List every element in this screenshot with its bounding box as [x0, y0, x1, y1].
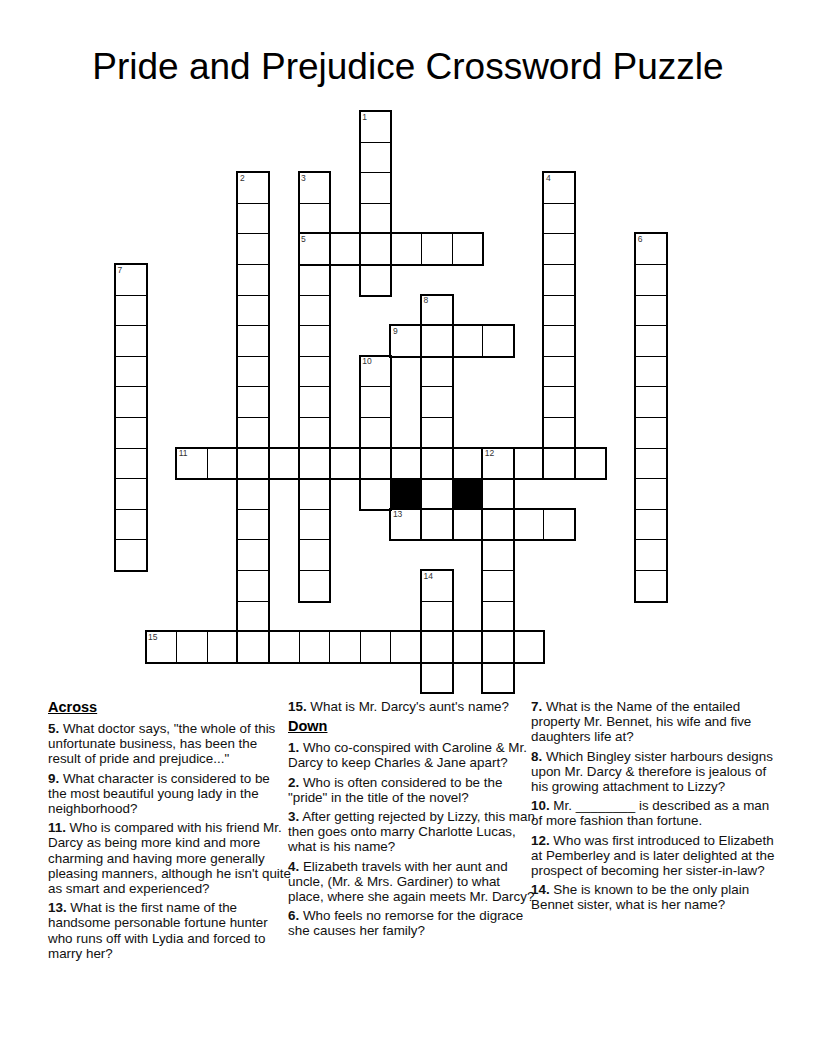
grid-cell[interactable]	[635, 264, 667, 296]
grid-cell[interactable]	[299, 203, 331, 235]
grid-cell[interactable]	[421, 417, 453, 449]
grid-cell[interactable]	[543, 233, 575, 265]
grid-cell[interactable]	[635, 539, 667, 571]
grid-cell[interactable]	[390, 448, 422, 480]
clue-item: 9. What character is considered to be th…	[48, 771, 291, 817]
grid-cell[interactable]	[146, 631, 178, 663]
grid-cell[interactable]	[421, 631, 453, 663]
grid-cell[interactable]	[360, 264, 392, 296]
clue-number: 2.	[288, 775, 299, 790]
grid-cell[interactable]	[452, 448, 484, 480]
grid-cell[interactable]	[115, 325, 147, 357]
grid-cell[interactable]	[390, 631, 422, 663]
grid-cell[interactable]	[207, 631, 239, 663]
grid-cell[interactable]	[360, 356, 392, 388]
grid-cell[interactable]	[299, 386, 331, 418]
grid-cell[interactable]	[482, 570, 514, 602]
grid-cell[interactable]	[452, 325, 484, 357]
grid-cell[interactable]	[421, 386, 453, 418]
grid-cell[interactable]	[543, 203, 575, 235]
clue-item: 7. What is the Name of the entailed prop…	[531, 699, 783, 745]
grid-cell[interactable]	[299, 539, 331, 571]
grid-cell[interactable]	[635, 356, 667, 388]
clue-column-across: Across5. What doctor says, "the whole of…	[48, 699, 291, 965]
grid-cell[interactable]	[390, 325, 422, 357]
clue-number: 10.	[531, 798, 550, 813]
grid-cell[interactable]	[421, 356, 453, 388]
grid-cell[interactable]	[115, 295, 147, 327]
grid-cell[interactable]	[268, 631, 300, 663]
clue-item: 5. What doctor says, "the whole of this …	[48, 721, 291, 767]
grid-cell[interactable]	[482, 478, 514, 510]
grid-cell[interactable]	[237, 448, 269, 480]
grid-cell[interactable]	[452, 233, 484, 265]
grid-cell[interactable]	[543, 509, 575, 541]
grid-cell[interactable]	[482, 601, 514, 633]
grid-cell[interactable]	[635, 325, 667, 357]
grid-cell[interactable]	[360, 111, 392, 143]
grid-cell[interactable]	[482, 509, 514, 541]
clue-item: 4. Elizabeth travels with her aunt and u…	[288, 859, 535, 905]
grid-cell[interactable]	[115, 386, 147, 418]
clue-item: 13. What is the first name of the handso…	[48, 900, 291, 961]
grid-cell[interactable]	[237, 295, 269, 327]
grid-cell[interactable]	[513, 631, 545, 663]
grid-cell[interactable]	[421, 295, 453, 327]
grid-cell[interactable]	[237, 356, 269, 388]
grid-cell[interactable]	[237, 478, 269, 510]
grid-cell[interactable]	[452, 631, 484, 663]
clue-number: 4.	[288, 859, 299, 874]
page-title: Pride and Prejudice Crossword Puzzle	[0, 46, 816, 88]
clue-item: 12. Who was first introduced to Elizabet…	[531, 833, 783, 879]
clue-column-middle: 15. What is Mr. Darcy's aunt's name?Down…	[288, 699, 535, 943]
grid-cell[interactable]	[299, 417, 331, 449]
clue-item: 15. What is Mr. Darcy's aunt's name?	[288, 699, 535, 714]
grid-cell[interactable]	[635, 448, 667, 480]
clue-number: 5.	[48, 721, 59, 736]
grid-cell[interactable]	[237, 203, 269, 235]
grid-cell[interactable]	[237, 417, 269, 449]
black-cell	[452, 478, 484, 510]
grid-cell[interactable]	[115, 509, 147, 541]
grid-cell[interactable]	[421, 509, 453, 541]
grid-cell[interactable]	[299, 631, 331, 663]
grid-cell[interactable]	[115, 539, 147, 571]
grid-cell[interactable]	[329, 448, 361, 480]
grid-cell[interactable]	[543, 172, 575, 204]
grid-cell[interactable]	[635, 509, 667, 541]
grid-cell[interactable]	[421, 325, 453, 357]
grid-cell[interactable]	[115, 264, 147, 296]
grid-cell[interactable]	[115, 448, 147, 480]
grid-cell[interactable]	[299, 478, 331, 510]
grid-cell[interactable]	[360, 203, 392, 235]
grid-cell[interactable]	[360, 172, 392, 204]
grid-cell[interactable]	[299, 356, 331, 388]
grid-cell[interactable]	[237, 539, 269, 571]
clue-number: 9.	[48, 771, 59, 786]
clue-item: 3. After getting rejected by Lizzy, this…	[288, 809, 535, 855]
grid-cell[interactable]	[299, 325, 331, 357]
grid-cell[interactable]	[635, 295, 667, 327]
grid-cell[interactable]	[360, 417, 392, 449]
grid-cell[interactable]	[543, 448, 575, 480]
grid-cell[interactable]	[543, 386, 575, 418]
grid-cell[interactable]	[421, 233, 453, 265]
grid-cell[interactable]	[299, 172, 331, 204]
clue-number: 15.	[288, 699, 307, 714]
grid-cell[interactable]	[360, 448, 392, 480]
grid-cell[interactable]	[543, 325, 575, 357]
grid-cell[interactable]	[237, 264, 269, 296]
grid-cell[interactable]	[421, 478, 453, 510]
grid-cell[interactable]	[329, 233, 361, 265]
clue-number: 11.	[48, 820, 66, 835]
clue-item: 8. Which Bingley sister harbours designs…	[531, 749, 783, 795]
grid-cell[interactable]	[421, 570, 453, 602]
grid-cell[interactable]	[115, 478, 147, 510]
clue-section-header: Down	[288, 718, 535, 734]
clue-section-header: Across	[48, 699, 291, 715]
black-cell	[390, 478, 422, 510]
clue-number: 6.	[288, 908, 299, 923]
clue-number: 13.	[48, 900, 67, 915]
grid-cell[interactable]	[635, 386, 667, 418]
grid-cell[interactable]	[543, 417, 575, 449]
grid-cell[interactable]	[390, 233, 422, 265]
grid-cell[interactable]	[513, 448, 545, 480]
grid-cell[interactable]	[635, 478, 667, 510]
grid-cell[interactable]	[421, 662, 453, 694]
grid-cell[interactable]	[452, 509, 484, 541]
grid-cell[interactable]	[360, 386, 392, 418]
grid-cell[interactable]	[299, 233, 331, 265]
grid-cell[interactable]	[482, 631, 514, 663]
grid-cell[interactable]	[268, 448, 300, 480]
grid-cell[interactable]	[237, 233, 269, 265]
clue-column-down: 7. What is the Name of the entailed prop…	[531, 699, 783, 917]
clue-number: 7.	[531, 699, 542, 714]
grid-cell[interactable]	[482, 448, 514, 480]
grid-cell[interactable]	[115, 356, 147, 388]
grid-cell[interactable]	[207, 448, 239, 480]
grid-cell[interactable]	[482, 662, 514, 694]
grid-cell[interactable]	[329, 631, 361, 663]
grid-cell[interactable]	[299, 264, 331, 296]
grid-cell[interactable]	[299, 509, 331, 541]
grid-cell[interactable]	[543, 356, 575, 388]
grid-cell[interactable]	[360, 631, 392, 663]
clue-number: 3.	[288, 809, 299, 824]
grid-cell[interactable]	[482, 539, 514, 571]
grid-cell[interactable]	[635, 417, 667, 449]
grid-cell[interactable]	[543, 264, 575, 296]
grid-cell[interactable]	[482, 325, 514, 357]
grid-cell[interactable]	[237, 509, 269, 541]
clue-number: 8.	[531, 749, 542, 764]
grid-cell[interactable]	[421, 601, 453, 633]
grid-cell[interactable]	[299, 570, 331, 602]
grid-cell[interactable]	[237, 325, 269, 357]
grid-cell[interactable]	[115, 417, 147, 449]
grid-cell[interactable]	[237, 570, 269, 602]
grid-cell[interactable]	[299, 295, 331, 327]
grid-cell[interactable]	[237, 172, 269, 204]
clue-item: 14. She is known to be the only plain Be…	[531, 882, 783, 912]
grid-cell[interactable]	[237, 601, 269, 633]
grid-cell[interactable]	[574, 448, 606, 480]
clue-number: 1.	[288, 740, 299, 755]
clue-item: 11. Who is compared with his friend Mr. …	[48, 820, 291, 896]
grid-cell[interactable]	[635, 570, 667, 602]
grid-cell[interactable]	[421, 448, 453, 480]
grid-cell[interactable]	[360, 478, 392, 510]
clue-item: 6. Who feels no remorse for the digrace …	[288, 908, 535, 938]
grid-cell[interactable]	[237, 631, 269, 663]
grid-cell[interactable]	[360, 233, 392, 265]
grid-cell[interactable]	[360, 142, 392, 174]
worksheet-page: Pride and Prejudice Crossword Puzzle 123…	[0, 0, 816, 1056]
grid-cell[interactable]	[176, 631, 208, 663]
grid-cell[interactable]	[237, 386, 269, 418]
grid-cell[interactable]	[635, 233, 667, 265]
clue-number: 12.	[531, 833, 550, 848]
clue-item: 10. Mr. ________ is described as a man o…	[531, 798, 783, 828]
grid-cell[interactable]	[390, 509, 422, 541]
grid-cell[interactable]	[299, 448, 331, 480]
grid-cell[interactable]	[513, 509, 545, 541]
clue-item: 1. Who co-conspired with Caroline & Mr. …	[288, 740, 535, 770]
clue-item: 2. Who is often considered to be the "pr…	[288, 775, 535, 805]
grid-cell[interactable]	[176, 448, 208, 480]
grid-cell[interactable]	[543, 295, 575, 327]
crossword-grid: 123456789101112131415	[115, 111, 671, 695]
clue-number: 14.	[531, 882, 550, 897]
